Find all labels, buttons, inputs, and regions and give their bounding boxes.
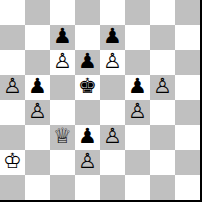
chess-diagram: ♟♟♙♟♙♙♟♚♟♙♙♙♕♟♙♔♙ (0, 0, 202, 202)
square-h7[interactable] (175, 25, 200, 50)
square-a8[interactable] (0, 0, 25, 25)
square-h8[interactable] (175, 0, 200, 25)
square-h1[interactable] (175, 175, 200, 200)
black-pawn[interactable]: ♟ (128, 75, 147, 99)
square-f8[interactable] (125, 0, 150, 25)
square-c2[interactable] (50, 150, 75, 175)
square-c1[interactable] (50, 175, 75, 200)
square-d7[interactable] (75, 25, 100, 50)
white-pawn[interactable]: ♙ (103, 125, 122, 149)
square-d6[interactable]: ♟ (75, 50, 100, 75)
black-king[interactable]: ♚ (78, 75, 97, 99)
square-h5[interactable] (175, 75, 200, 100)
square-b2[interactable] (25, 150, 50, 175)
square-b5[interactable]: ♟ (25, 75, 50, 100)
black-pawn[interactable]: ♟ (78, 125, 97, 149)
square-g4[interactable] (150, 100, 175, 125)
square-h3[interactable] (175, 125, 200, 150)
white-pawn[interactable]: ♙ (153, 75, 172, 99)
square-a6[interactable] (0, 50, 25, 75)
square-g6[interactable] (150, 50, 175, 75)
square-f3[interactable] (125, 125, 150, 150)
square-d4[interactable] (75, 100, 100, 125)
square-f1[interactable] (125, 175, 150, 200)
square-e4[interactable] (100, 100, 125, 125)
square-c7[interactable]: ♟ (50, 25, 75, 50)
square-g8[interactable] (150, 0, 175, 25)
black-pawn[interactable]: ♟ (28, 75, 47, 99)
square-e6[interactable]: ♙ (100, 50, 125, 75)
square-g5[interactable]: ♙ (150, 75, 175, 100)
square-b4[interactable]: ♙ (25, 100, 50, 125)
black-pawn[interactable]: ♟ (78, 50, 97, 74)
chess-board: ♟♟♙♟♙♙♟♚♟♙♙♙♕♟♙♔♙ (0, 0, 200, 200)
square-g2[interactable] (150, 150, 175, 175)
square-e1[interactable] (100, 175, 125, 200)
square-d8[interactable] (75, 0, 100, 25)
white-pawn[interactable]: ♙ (128, 100, 147, 124)
square-d1[interactable] (75, 175, 100, 200)
square-a5[interactable]: ♙ (0, 75, 25, 100)
square-g3[interactable] (150, 125, 175, 150)
square-g7[interactable] (150, 25, 175, 50)
square-h2[interactable] (175, 150, 200, 175)
square-h6[interactable] (175, 50, 200, 75)
black-pawn[interactable]: ♟ (53, 25, 72, 49)
white-pawn[interactable]: ♙ (78, 150, 97, 174)
white-pawn[interactable]: ♙ (28, 100, 47, 124)
square-c4[interactable] (50, 100, 75, 125)
square-f2[interactable] (125, 150, 150, 175)
square-b7[interactable] (25, 25, 50, 50)
square-h4[interactable] (175, 100, 200, 125)
square-d2[interactable]: ♙ (75, 150, 100, 175)
square-f5[interactable]: ♟ (125, 75, 150, 100)
square-a1[interactable] (0, 175, 25, 200)
square-f7[interactable] (125, 25, 150, 50)
square-g1[interactable] (150, 175, 175, 200)
square-f4[interactable]: ♙ (125, 100, 150, 125)
black-pawn[interactable]: ♟ (103, 25, 122, 49)
square-c5[interactable] (50, 75, 75, 100)
square-e3[interactable]: ♙ (100, 125, 125, 150)
square-b8[interactable] (25, 0, 50, 25)
white-king[interactable]: ♔ (3, 150, 22, 174)
white-queen[interactable]: ♕ (53, 125, 72, 149)
square-c3[interactable]: ♕ (50, 125, 75, 150)
square-d3[interactable]: ♟ (75, 125, 100, 150)
square-e8[interactable] (100, 0, 125, 25)
square-e2[interactable] (100, 150, 125, 175)
square-c6[interactable]: ♙ (50, 50, 75, 75)
square-e7[interactable]: ♟ (100, 25, 125, 50)
white-pawn[interactable]: ♙ (53, 50, 72, 74)
square-a7[interactable] (0, 25, 25, 50)
square-b6[interactable] (25, 50, 50, 75)
square-a4[interactable] (0, 100, 25, 125)
square-a3[interactable] (0, 125, 25, 150)
square-b3[interactable] (25, 125, 50, 150)
square-d5[interactable]: ♚ (75, 75, 100, 100)
square-a2[interactable]: ♔ (0, 150, 25, 175)
square-c8[interactable] (50, 0, 75, 25)
square-e5[interactable] (100, 75, 125, 100)
square-b1[interactable] (25, 175, 50, 200)
white-pawn[interactable]: ♙ (3, 75, 22, 99)
square-f6[interactable] (125, 50, 150, 75)
white-pawn[interactable]: ♙ (103, 50, 122, 74)
